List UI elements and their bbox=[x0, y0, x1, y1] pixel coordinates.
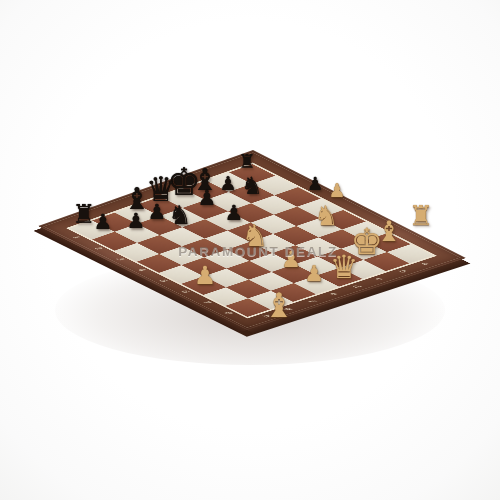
white-rook-frame-a8: ♜ bbox=[409, 202, 433, 229]
product-photo-stage: 12345678abcdefgh ♜♟♝♟♟♛♚♞♝♟♟♜♞♟♟♟♞♜♞♟♟♟♝… bbox=[0, 0, 500, 500]
watermark-text: PARAMOUNT DEALZ bbox=[178, 244, 338, 259]
